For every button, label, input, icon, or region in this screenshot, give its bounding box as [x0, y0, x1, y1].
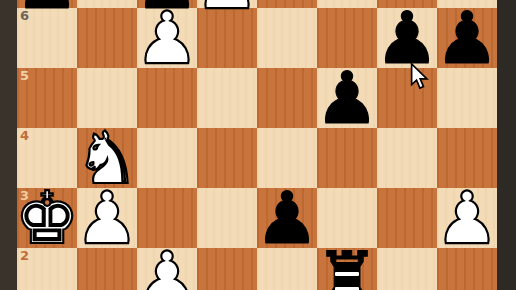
piece-black-pawn-h6[interactable]: ♟ — [437, 8, 497, 68]
rank-label-6: 6 — [20, 8, 29, 23]
piece-black-rook-f2[interactable]: ♜ — [317, 248, 377, 290]
rank-label-4: 4 — [20, 128, 29, 143]
square-b3[interactable]: ♟ — [77, 188, 137, 248]
square-a3[interactable]: 3♚ — [17, 188, 77, 248]
rank-label-3: 3 — [20, 188, 29, 203]
rank-label-5: 5 — [20, 68, 29, 83]
square-f5[interactable]: ♟ — [317, 68, 377, 128]
square-e5[interactable] — [257, 68, 317, 128]
square-h3[interactable]: ♟ — [437, 188, 497, 248]
piece-white-pawn-c2[interactable]: ♟ — [137, 248, 197, 290]
square-g6[interactable]: ♟ — [377, 8, 437, 68]
square-e6[interactable] — [257, 8, 317, 68]
square-h6[interactable]: ♟ — [437, 8, 497, 68]
piece-white-pawn-c6[interactable]: ♟ — [137, 8, 197, 68]
piece-white-unknown-cutoff-d7[interactable]: ♟ — [197, 0, 257, 13]
square-d2[interactable] — [197, 248, 257, 290]
square-a5[interactable]: 5 — [17, 68, 77, 128]
square-e3[interactable]: ♟ — [257, 188, 317, 248]
piece-black-pawn-e3[interactable]: ♟ — [257, 188, 317, 248]
square-g3[interactable] — [377, 188, 437, 248]
square-b6[interactable] — [77, 8, 137, 68]
piece-black-pawn-f5[interactable]: ♟ — [317, 68, 377, 128]
square-e7[interactable] — [257, 0, 317, 8]
rook-stripe — [335, 272, 359, 276]
piece-white-pawn-b3[interactable]: ♟ — [77, 188, 137, 248]
rank-label-2: 2 — [20, 248, 29, 263]
square-c6[interactable]: ♟ — [137, 8, 197, 68]
square-d5[interactable] — [197, 68, 257, 128]
chess-board: ♟♟♟6♟♟♟5♟4♞3♚♟♟♟2♟♜ — [17, 0, 497, 290]
square-c2[interactable]: ♟ — [137, 248, 197, 290]
square-a7[interactable]: ♟ — [17, 0, 77, 8]
square-g2[interactable] — [377, 248, 437, 290]
piece-white-pawn-h3[interactable]: ♟ — [437, 188, 497, 248]
square-c4[interactable] — [137, 128, 197, 188]
piece-black-pawn-g6[interactable]: ♟ — [377, 8, 437, 68]
square-b7[interactable] — [77, 0, 137, 8]
square-f2[interactable]: ♜ — [317, 248, 377, 290]
square-f7[interactable] — [317, 0, 377, 8]
square-d3[interactable] — [197, 188, 257, 248]
square-g4[interactable] — [377, 128, 437, 188]
right-gutter-bar — [497, 0, 516, 290]
square-d7[interactable]: ♟ — [197, 0, 257, 8]
square-d4[interactable] — [197, 128, 257, 188]
